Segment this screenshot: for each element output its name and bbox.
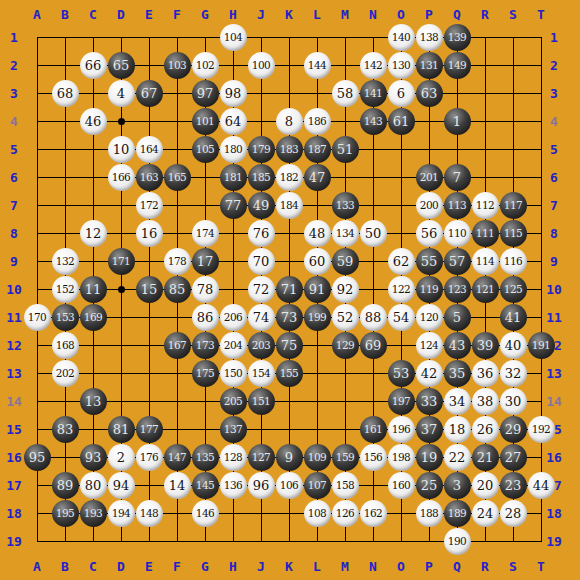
move-number: 20 (477, 479, 494, 492)
move-number: 154 (252, 368, 271, 379)
move-number: 91 (309, 283, 326, 296)
column-label-Q: Q (443, 558, 471, 574)
stone-L2: 144 (304, 52, 331, 79)
move-number: 14 (169, 479, 186, 492)
board-grid: 1234567891011121314151617181920212223242… (23, 23, 555, 555)
stone-G8: 174 (192, 220, 219, 247)
move-number: 109 (308, 452, 327, 463)
stone-D3: 4 (108, 80, 135, 107)
move-number: 29 (505, 423, 522, 436)
move-number: 167 (168, 340, 187, 351)
column-label-T: T (527, 558, 555, 574)
stone-O4: 61 (388, 108, 415, 135)
stone-C2: 66 (80, 52, 107, 79)
move-number: 104 (224, 32, 243, 43)
move-number: 1 (453, 115, 461, 128)
move-number: 83 (57, 423, 74, 436)
column-labels-top: ABCDEFGHJKLMNOPQRST (23, 6, 555, 22)
column-label-Q: Q (443, 6, 471, 22)
stone-Q18: 189 (444, 500, 471, 527)
move-number: 94 (113, 479, 130, 492)
move-number: 133 (336, 200, 355, 211)
move-number: 163 (140, 172, 159, 183)
move-number: 41 (505, 311, 522, 324)
column-label-S: S (499, 6, 527, 22)
stone-R16: 21 (472, 444, 499, 471)
column-label-C: C (79, 6, 107, 22)
move-number: 53 (393, 367, 410, 380)
stone-G4: 101 (192, 108, 219, 135)
move-number: 27 (505, 451, 522, 464)
stone-G11: 86 (192, 304, 219, 331)
move-number: 183 (280, 144, 299, 155)
stone-P1: 138 (416, 24, 443, 51)
move-number: 138 (420, 32, 439, 43)
stone-Q10: 123 (444, 276, 471, 303)
move-number: 51 (337, 143, 354, 156)
move-number: 62 (393, 255, 410, 268)
move-number: 25 (421, 479, 438, 492)
go-board: ABCDEFGHJKLMNOPQRST ABCDEFGHJKLMNOPQRST … (0, 0, 580, 580)
stone-G10: 78 (192, 276, 219, 303)
stone-E16: 176 (136, 444, 163, 471)
move-number: 150 (224, 368, 243, 379)
stone-Q17: 3 (444, 472, 471, 499)
stone-L5: 187 (304, 136, 331, 163)
move-number: 3 (453, 479, 461, 492)
move-number: 152 (56, 284, 75, 295)
star-point-D10 (118, 286, 125, 293)
move-number: 24 (477, 507, 494, 520)
move-number: 42 (421, 367, 438, 380)
move-number: 114 (476, 256, 495, 267)
stone-H12: 204 (220, 332, 247, 359)
move-number: 123 (448, 284, 467, 295)
stone-K12: 75 (276, 332, 303, 359)
stone-B3: 68 (52, 80, 79, 107)
stone-N16: 156 (360, 444, 387, 471)
move-number: 46 (85, 115, 102, 128)
stone-L10: 91 (304, 276, 331, 303)
stone-P17: 25 (416, 472, 443, 499)
stone-L8: 48 (304, 220, 331, 247)
stone-M17: 158 (332, 472, 359, 499)
stone-S17: 23 (500, 472, 527, 499)
move-number: 156 (364, 452, 383, 463)
stone-B15: 83 (52, 416, 79, 443)
move-number: 108 (308, 508, 327, 519)
stone-O1: 140 (388, 24, 415, 51)
column-label-M: M (331, 6, 359, 22)
stone-R9: 114 (472, 248, 499, 275)
move-number: 5 (453, 311, 461, 324)
stone-N2: 142 (360, 52, 387, 79)
stone-H11: 206 (220, 304, 247, 331)
move-number: 160 (392, 480, 411, 491)
column-label-E: E (135, 558, 163, 574)
column-label-F: F (163, 6, 191, 22)
stone-S18: 28 (500, 500, 527, 527)
stone-D17: 94 (108, 472, 135, 499)
move-number: 189 (448, 508, 467, 519)
move-number: 43 (449, 339, 466, 352)
move-number: 66 (85, 59, 102, 72)
column-label-A: A (23, 6, 51, 22)
stone-C14: 13 (80, 388, 107, 415)
move-number: 158 (336, 480, 355, 491)
stone-K10: 71 (276, 276, 303, 303)
move-number: 63 (421, 87, 438, 100)
column-label-F: F (163, 558, 191, 574)
move-number: 165 (168, 172, 187, 183)
stone-B12: 168 (52, 332, 79, 359)
stone-J14: 151 (248, 388, 275, 415)
move-number: 86 (197, 311, 214, 324)
move-number: 30 (505, 395, 522, 408)
stone-B10: 152 (52, 276, 79, 303)
stone-M3: 58 (332, 80, 359, 107)
move-number: 126 (336, 508, 355, 519)
stone-R17: 20 (472, 472, 499, 499)
move-number: 166 (112, 172, 131, 183)
move-number: 50 (365, 227, 382, 240)
stone-S9: 116 (500, 248, 527, 275)
column-label-M: M (331, 558, 359, 574)
move-number: 106 (280, 480, 299, 491)
stone-S16: 27 (500, 444, 527, 471)
stone-Q11: 5 (444, 304, 471, 331)
stone-G16: 135 (192, 444, 219, 471)
move-number: 143 (364, 116, 383, 127)
move-number: 187 (308, 144, 327, 155)
stone-M7: 133 (332, 192, 359, 219)
move-number: 112 (476, 200, 495, 211)
move-number: 206 (224, 312, 243, 323)
move-number: 124 (420, 340, 439, 351)
stone-P18: 188 (416, 500, 443, 527)
stone-S12: 40 (500, 332, 527, 359)
column-label-K: K (275, 6, 303, 22)
stone-R18: 24 (472, 500, 499, 527)
move-number: 199 (308, 312, 327, 323)
stone-P2: 131 (416, 52, 443, 79)
stone-B18: 195 (52, 500, 79, 527)
stone-J5: 179 (248, 136, 275, 163)
stone-P13: 42 (416, 360, 443, 387)
move-number: 105 (196, 144, 215, 155)
move-number: 195 (56, 508, 75, 519)
stone-O9: 62 (388, 248, 415, 275)
stone-J8: 76 (248, 220, 275, 247)
stone-P14: 33 (416, 388, 443, 415)
stone-E3: 67 (136, 80, 163, 107)
column-label-K: K (275, 558, 303, 574)
stone-P12: 124 (416, 332, 443, 359)
stone-J9: 70 (248, 248, 275, 275)
move-number: 169 (84, 312, 103, 323)
move-number: 204 (224, 340, 243, 351)
move-number: 153 (56, 312, 75, 323)
move-number: 19 (421, 451, 438, 464)
stone-R15: 26 (472, 416, 499, 443)
column-label-D: D (107, 558, 135, 574)
stone-H3: 98 (220, 80, 247, 107)
star-point-D4 (118, 118, 125, 125)
stone-M9: 59 (332, 248, 359, 275)
stone-Q2: 149 (444, 52, 471, 79)
stone-G17: 145 (192, 472, 219, 499)
column-label-O: O (387, 6, 415, 22)
move-number: 194 (112, 508, 131, 519)
stone-D2: 65 (108, 52, 135, 79)
stone-Q19: 190 (444, 528, 471, 555)
move-number: 70 (253, 255, 270, 268)
move-number: 147 (168, 452, 187, 463)
stone-S11: 41 (500, 304, 527, 331)
move-number: 181 (224, 172, 243, 183)
stone-C11: 169 (80, 304, 107, 331)
move-number: 58 (337, 87, 354, 100)
stone-D16: 2 (108, 444, 135, 471)
stone-J17: 96 (248, 472, 275, 499)
move-number: 15 (141, 283, 158, 296)
column-label-S: S (499, 558, 527, 574)
stone-K5: 183 (276, 136, 303, 163)
move-number: 77 (225, 199, 242, 212)
move-number: 136 (224, 480, 243, 491)
move-number: 69 (365, 339, 382, 352)
stone-D5: 10 (108, 136, 135, 163)
stone-O10: 122 (388, 276, 415, 303)
column-label-B: B (51, 6, 79, 22)
move-number: 205 (224, 396, 243, 407)
stone-G5: 105 (192, 136, 219, 163)
stone-Q7: 113 (444, 192, 471, 219)
move-number: 176 (140, 452, 159, 463)
move-number: 36 (477, 367, 494, 380)
move-number: 146 (196, 508, 215, 519)
column-label-P: P (415, 558, 443, 574)
move-number: 12 (85, 227, 102, 240)
move-number: 170 (28, 312, 47, 323)
stone-C8: 12 (80, 220, 107, 247)
move-number: 2 (117, 451, 125, 464)
move-number: 16 (141, 227, 158, 240)
move-number: 174 (196, 228, 215, 239)
stone-N15: 161 (360, 416, 387, 443)
move-number: 162 (364, 508, 383, 519)
move-number: 190 (448, 536, 467, 547)
stone-H14: 205 (220, 388, 247, 415)
stone-R7: 112 (472, 192, 499, 219)
stone-J10: 72 (248, 276, 275, 303)
move-number: 97 (197, 87, 214, 100)
stone-N12: 69 (360, 332, 387, 359)
stone-O17: 160 (388, 472, 415, 499)
stone-B17: 89 (52, 472, 79, 499)
move-number: 40 (505, 339, 522, 352)
move-number: 117 (504, 200, 523, 211)
move-number: 64 (225, 115, 242, 128)
move-number: 145 (196, 480, 215, 491)
stone-P16: 19 (416, 444, 443, 471)
stone-E8: 16 (136, 220, 163, 247)
move-number: 200 (420, 200, 439, 211)
move-number: 26 (477, 423, 494, 436)
move-number: 149 (448, 60, 467, 71)
move-number: 182 (280, 172, 299, 183)
move-number: 103 (168, 60, 187, 71)
stone-J11: 74 (248, 304, 275, 331)
stone-L11: 199 (304, 304, 331, 331)
move-number: 196 (392, 424, 411, 435)
move-number: 134 (336, 228, 355, 239)
stone-K11: 73 (276, 304, 303, 331)
move-number: 98 (225, 87, 242, 100)
move-number: 191 (532, 340, 551, 351)
move-number: 80 (85, 479, 102, 492)
move-number: 175 (196, 368, 215, 379)
stone-J13: 154 (248, 360, 275, 387)
move-number: 47 (309, 171, 326, 184)
column-label-H: H (219, 6, 247, 22)
move-number: 74 (253, 311, 270, 324)
stone-G9: 17 (192, 248, 219, 275)
column-label-G: G (191, 558, 219, 574)
stone-S13: 32 (500, 360, 527, 387)
stone-G12: 173 (192, 332, 219, 359)
stone-O16: 198 (388, 444, 415, 471)
move-number: 9 (285, 451, 293, 464)
stone-F12: 167 (164, 332, 191, 359)
move-number: 111 (476, 228, 495, 239)
move-number: 11 (85, 283, 102, 296)
stone-R13: 36 (472, 360, 499, 387)
column-label-H: H (219, 558, 247, 574)
stone-Q16: 22 (444, 444, 471, 471)
stone-R12: 39 (472, 332, 499, 359)
stone-C4: 46 (80, 108, 107, 135)
stone-P15: 37 (416, 416, 443, 443)
move-number: 127 (252, 452, 271, 463)
stone-J7: 49 (248, 192, 275, 219)
stone-K17: 106 (276, 472, 303, 499)
move-number: 35 (449, 367, 466, 380)
stone-F10: 85 (164, 276, 191, 303)
stone-G18: 146 (192, 500, 219, 527)
stone-G3: 97 (192, 80, 219, 107)
move-number: 148 (140, 508, 159, 519)
stone-M11: 52 (332, 304, 359, 331)
move-number: 60 (309, 255, 326, 268)
stone-T17: 44 (528, 472, 555, 499)
move-number: 144 (308, 60, 327, 71)
stone-F9: 178 (164, 248, 191, 275)
stone-Q6: 7 (444, 164, 471, 191)
stone-B9: 132 (52, 248, 79, 275)
column-label-G: G (191, 6, 219, 22)
stone-N4: 143 (360, 108, 387, 135)
move-number: 131 (420, 60, 439, 71)
stone-N3: 141 (360, 80, 387, 107)
stone-O3: 6 (388, 80, 415, 107)
move-number: 76 (253, 227, 270, 240)
move-number: 59 (337, 255, 354, 268)
move-number: 125 (504, 284, 523, 295)
stone-O11: 54 (388, 304, 415, 331)
move-number: 121 (476, 284, 495, 295)
column-label-J: J (247, 558, 275, 574)
move-number: 110 (448, 228, 467, 239)
column-label-L: L (303, 558, 331, 574)
move-number: 141 (364, 88, 383, 99)
move-number: 172 (140, 200, 159, 211)
stone-O14: 197 (388, 388, 415, 415)
move-number: 197 (392, 396, 411, 407)
stone-A16: 95 (24, 444, 51, 471)
column-label-P: P (415, 6, 443, 22)
move-number: 137 (224, 424, 243, 435)
move-number: 39 (477, 339, 494, 352)
stone-C17: 80 (80, 472, 107, 499)
stone-M8: 134 (332, 220, 359, 247)
move-number: 192 (532, 424, 551, 435)
stone-R14: 38 (472, 388, 499, 415)
move-number: 155 (280, 368, 299, 379)
stone-M16: 159 (332, 444, 359, 471)
stone-E15: 177 (136, 416, 163, 443)
move-number: 54 (393, 311, 410, 324)
move-number: 198 (392, 452, 411, 463)
move-number: 177 (140, 424, 159, 435)
move-number: 4 (117, 87, 125, 100)
stone-M5: 51 (332, 136, 359, 163)
move-number: 101 (196, 116, 215, 127)
column-label-N: N (359, 558, 387, 574)
stone-P9: 55 (416, 248, 443, 275)
stone-P7: 200 (416, 192, 443, 219)
stone-K16: 9 (276, 444, 303, 471)
move-number: 6 (397, 87, 405, 100)
stone-Q8: 110 (444, 220, 471, 247)
column-label-R: R (471, 6, 499, 22)
move-number: 184 (280, 200, 299, 211)
stone-S14: 30 (500, 388, 527, 415)
stone-F6: 165 (164, 164, 191, 191)
stone-L4: 186 (304, 108, 331, 135)
move-number: 130 (392, 60, 411, 71)
column-label-E: E (135, 6, 163, 22)
stone-P8: 56 (416, 220, 443, 247)
column-label-T: T (527, 6, 555, 22)
move-number: 44 (533, 479, 550, 492)
move-number: 17 (197, 255, 214, 268)
stone-P10: 119 (416, 276, 443, 303)
stone-J6: 185 (248, 164, 275, 191)
move-number: 100 (252, 60, 271, 71)
move-number: 115 (504, 228, 523, 239)
stone-L17: 107 (304, 472, 331, 499)
stone-G13: 175 (192, 360, 219, 387)
move-number: 21 (477, 451, 494, 464)
stone-B11: 153 (52, 304, 79, 331)
move-number: 185 (252, 172, 271, 183)
stone-Q12: 43 (444, 332, 471, 359)
move-number: 13 (85, 395, 102, 408)
column-label-B: B (51, 558, 79, 574)
column-labels-bottom: ABCDEFGHJKLMNOPQRST (23, 558, 555, 574)
stone-E7: 172 (136, 192, 163, 219)
